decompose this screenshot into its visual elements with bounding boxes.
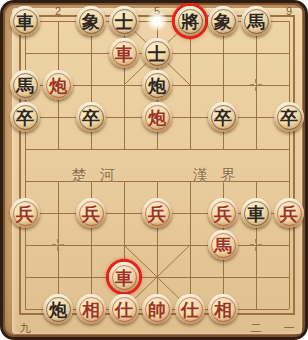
red-cannon-glyph: 炮 — [148, 109, 166, 127]
red-chariot-piece[interactable]: 車 — [109, 262, 139, 292]
top-col-label: 9 — [286, 5, 292, 17]
black-cannon-glyph: 炮 — [49, 301, 67, 319]
red-horse-piece[interactable]: 馬 — [208, 230, 238, 260]
black-soldier-piece[interactable]: 卒 — [10, 102, 40, 132]
black-chariot-glyph: 車 — [247, 205, 265, 223]
black-general-glyph: 將 — [181, 13, 199, 31]
red-chariot-glyph: 車 — [115, 269, 133, 287]
red-cannon-piece[interactable]: 炮 — [43, 70, 73, 100]
black-chariot-glyph: 車 — [16, 13, 34, 31]
red-cannon-glyph: 炮 — [49, 77, 67, 95]
black-soldier-glyph: 卒 — [214, 109, 232, 127]
black-advisor-piece[interactable]: 士 — [142, 38, 172, 68]
black-horse-piece[interactable]: 馬 — [10, 70, 40, 100]
red-soldier-piece[interactable]: 兵 — [274, 198, 304, 228]
black-elephant-glyph: 象 — [82, 13, 100, 31]
red-soldier-piece[interactable]: 兵 — [142, 198, 172, 228]
red-soldier-piece[interactable]: 兵 — [10, 198, 40, 228]
top-col-label: 2 — [55, 5, 61, 17]
black-soldier-glyph: 卒 — [280, 109, 298, 127]
black-elephant-piece[interactable]: 象 — [76, 6, 106, 36]
black-cannon-piece[interactable]: 炮 — [142, 70, 172, 100]
red-chariot-glyph: 車 — [115, 45, 133, 63]
bottom-col-label: 一 — [284, 321, 295, 336]
red-soldier-glyph: 兵 — [82, 205, 100, 223]
red-advisor-glyph: 仕 — [115, 301, 133, 319]
red-soldier-piece[interactable]: 兵 — [76, 198, 106, 228]
black-advisor-glyph: 士 — [115, 13, 133, 31]
red-elephant-piece[interactable]: 相 — [208, 294, 238, 324]
black-horse-piece[interactable]: 馬 — [241, 6, 271, 36]
black-advisor-piece[interactable]: 士 — [109, 6, 139, 36]
black-horse-glyph: 馬 — [16, 77, 34, 95]
red-soldier-glyph: 兵 — [214, 205, 232, 223]
black-chariot-piece[interactable]: 車 — [241, 198, 271, 228]
black-chariot-piece[interactable]: 車 — [10, 6, 40, 36]
red-soldier-piece[interactable]: 兵 — [208, 198, 238, 228]
red-elephant-glyph: 相 — [214, 301, 232, 319]
black-cannon-glyph: 炮 — [148, 77, 166, 95]
red-advisor-piece[interactable]: 仕 — [109, 294, 139, 324]
red-soldier-glyph: 兵 — [280, 205, 298, 223]
black-advisor-glyph: 士 — [148, 45, 166, 63]
black-horse-glyph: 馬 — [247, 13, 265, 31]
red-cannon-piece[interactable]: 炮 — [142, 102, 172, 132]
black-elephant-piece[interactable]: 象 — [208, 6, 238, 36]
red-soldier-glyph: 兵 — [16, 205, 34, 223]
red-chariot-piece[interactable]: 車 — [109, 38, 139, 68]
bottom-col-label: 九 — [20, 321, 31, 336]
black-soldier-piece[interactable]: 卒 — [208, 102, 238, 132]
black-cannon-piece[interactable]: 炮 — [43, 294, 73, 324]
red-general-glyph: 帥 — [148, 301, 166, 319]
red-elephant-piece[interactable]: 相 — [76, 294, 106, 324]
river-label-right: 漢界 — [180, 166, 249, 185]
black-soldier-piece[interactable]: 卒 — [274, 102, 304, 132]
black-elephant-glyph: 象 — [214, 13, 232, 31]
xiangqi-board[interactable]: 楚河 漢界 259九二一 車象士將象馬車士馬炮炮卒卒炮卒卒兵兵兵兵車兵馬車炮相仕… — [0, 0, 308, 340]
black-soldier-glyph: 卒 — [82, 109, 100, 127]
red-elephant-glyph: 相 — [82, 301, 100, 319]
black-general-piece[interactable]: 將 — [175, 6, 205, 36]
red-advisor-piece[interactable]: 仕 — [175, 294, 205, 324]
last-move-origin-glow — [146, 10, 168, 32]
red-general-piece[interactable]: 帥 — [142, 294, 172, 324]
bottom-col-label: 二 — [251, 321, 262, 336]
black-soldier-piece[interactable]: 卒 — [76, 102, 106, 132]
river-label-left: 楚河 — [59, 166, 128, 185]
red-soldier-glyph: 兵 — [148, 205, 166, 223]
red-horse-glyph: 馬 — [214, 237, 232, 255]
red-advisor-glyph: 仕 — [181, 301, 199, 319]
black-soldier-glyph: 卒 — [16, 109, 34, 127]
